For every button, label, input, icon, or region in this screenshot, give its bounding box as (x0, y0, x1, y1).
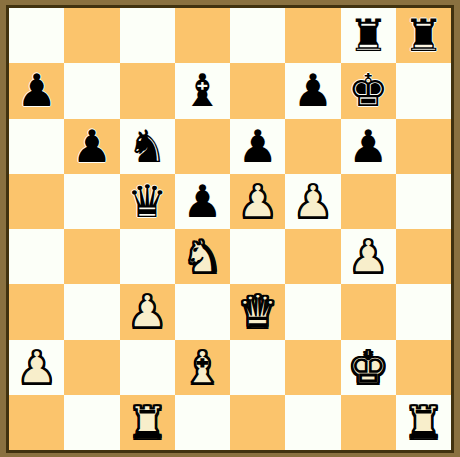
square-a1[interactable] (9, 395, 64, 450)
black-pawn-g6[interactable]: ♟ (348, 124, 388, 169)
square-e6[interactable]: ♟ (230, 119, 285, 174)
square-e8[interactable] (230, 8, 285, 63)
white-pawn-e5[interactable]: ♟ (237, 179, 277, 224)
square-g8[interactable]: ♜ (341, 8, 396, 63)
square-c4[interactable] (120, 229, 175, 284)
square-c5[interactable]: ♛ (120, 174, 175, 229)
square-f1[interactable] (285, 395, 340, 450)
square-c7[interactable] (120, 63, 175, 118)
square-b2[interactable] (64, 340, 119, 395)
square-g6[interactable]: ♟ (341, 119, 396, 174)
square-c1[interactable]: ♜ (120, 395, 175, 450)
square-f8[interactable] (285, 8, 340, 63)
black-pawn-a7[interactable]: ♟ (16, 68, 56, 113)
square-f4[interactable] (285, 229, 340, 284)
square-e4[interactable] (230, 229, 285, 284)
white-bishop-d2[interactable]: ♝ (182, 345, 222, 390)
square-c6[interactable]: ♞ (120, 119, 175, 174)
white-pawn-c3[interactable]: ♟ (127, 289, 167, 334)
square-a3[interactable] (9, 284, 64, 339)
black-pawn-f7[interactable]: ♟ (293, 68, 333, 113)
square-d5[interactable]: ♟ (175, 174, 230, 229)
black-bishop-d7[interactable]: ♝ (182, 68, 222, 113)
square-a4[interactable] (9, 229, 64, 284)
square-f6[interactable] (285, 119, 340, 174)
square-e3[interactable]: ♛ (230, 284, 285, 339)
square-g2[interactable]: ♚ (341, 340, 396, 395)
square-d1[interactable] (175, 395, 230, 450)
square-f3[interactable] (285, 284, 340, 339)
white-rook-c1[interactable]: ♜ (127, 400, 167, 445)
square-a6[interactable] (9, 119, 64, 174)
square-g3[interactable] (341, 284, 396, 339)
white-pawn-g4[interactable]: ♟ (348, 234, 388, 279)
square-b8[interactable] (64, 8, 119, 63)
square-g7[interactable]: ♚ (341, 63, 396, 118)
square-a8[interactable] (9, 8, 64, 63)
square-g1[interactable] (341, 395, 396, 450)
square-h2[interactable] (396, 340, 451, 395)
square-h8[interactable]: ♜ (396, 8, 451, 63)
square-b4[interactable] (64, 229, 119, 284)
square-h1[interactable]: ♜ (396, 395, 451, 450)
square-d8[interactable] (175, 8, 230, 63)
board-frame: ♜♜♟♝♟♚♟♞♟♟♛♟♟♟♞♟♟♛♟♝♚♜♜ (0, 0, 460, 457)
square-e2[interactable] (230, 340, 285, 395)
black-rook-h8[interactable]: ♜ (403, 13, 443, 58)
black-rook-g8[interactable]: ♜ (348, 13, 388, 58)
square-h3[interactable] (396, 284, 451, 339)
square-b3[interactable] (64, 284, 119, 339)
square-h7[interactable] (396, 63, 451, 118)
black-pawn-e6[interactable]: ♟ (237, 124, 277, 169)
square-f7[interactable]: ♟ (285, 63, 340, 118)
square-h4[interactable] (396, 229, 451, 284)
square-g4[interactable]: ♟ (341, 229, 396, 284)
square-b1[interactable] (64, 395, 119, 450)
white-knight-d4[interactable]: ♞ (182, 234, 222, 279)
square-a7[interactable]: ♟ (9, 63, 64, 118)
black-pawn-d5[interactable]: ♟ (182, 179, 222, 224)
square-h5[interactable] (396, 174, 451, 229)
square-a2[interactable]: ♟ (9, 340, 64, 395)
square-a5[interactable] (9, 174, 64, 229)
square-e7[interactable] (230, 63, 285, 118)
square-f2[interactable] (285, 340, 340, 395)
square-b7[interactable] (64, 63, 119, 118)
black-pawn-b6[interactable]: ♟ (72, 124, 112, 169)
square-b5[interactable] (64, 174, 119, 229)
square-c8[interactable] (120, 8, 175, 63)
white-king-g2[interactable]: ♚ (348, 345, 388, 390)
white-pawn-f5[interactable]: ♟ (293, 179, 333, 224)
square-g5[interactable] (341, 174, 396, 229)
square-d4[interactable]: ♞ (175, 229, 230, 284)
chess-board: ♜♜♟♝♟♚♟♞♟♟♛♟♟♟♞♟♟♛♟♝♚♜♜ (6, 5, 454, 453)
white-rook-h1[interactable]: ♜ (403, 400, 443, 445)
square-e1[interactable] (230, 395, 285, 450)
square-c3[interactable]: ♟ (120, 284, 175, 339)
square-d6[interactable] (175, 119, 230, 174)
black-king-g7[interactable]: ♚ (348, 68, 388, 113)
square-d3[interactable] (175, 284, 230, 339)
square-h6[interactable] (396, 119, 451, 174)
square-e5[interactable]: ♟ (230, 174, 285, 229)
white-pawn-a2[interactable]: ♟ (16, 345, 56, 390)
black-knight-c6[interactable]: ♞ (127, 124, 167, 169)
square-f5[interactable]: ♟ (285, 174, 340, 229)
black-queen-c5[interactable]: ♛ (127, 179, 167, 224)
square-d2[interactable]: ♝ (175, 340, 230, 395)
square-b6[interactable]: ♟ (64, 119, 119, 174)
square-c2[interactable] (120, 340, 175, 395)
square-d7[interactable]: ♝ (175, 63, 230, 118)
white-queen-e3[interactable]: ♛ (237, 289, 277, 334)
